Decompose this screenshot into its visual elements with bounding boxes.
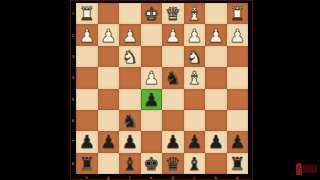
square-d3[interactable] [162, 46, 184, 67]
piece-white-bishop: ♝ [186, 3, 202, 24]
square-g2[interactable]: ♟ [98, 24, 120, 45]
square-h2[interactable]: ♟ [76, 24, 98, 45]
piece-white-pawn: ♟ [122, 24, 138, 45]
piece-white-knight: ♞ [122, 46, 138, 67]
square-e2[interactable] [141, 24, 163, 45]
square-a8[interactable]: ♜ [227, 153, 249, 174]
square-c7[interactable]: ♟ [184, 131, 206, 152]
piece-black-pawn: ♟ [208, 131, 224, 152]
piece-black-rook: ♜ [79, 153, 95, 174]
square-b2[interactable]: ♟ [205, 24, 227, 45]
piece-white-pawn: ♟ [229, 24, 245, 45]
file-label-h: h [76, 174, 98, 180]
square-c6[interactable] [184, 110, 206, 131]
square-d5[interactable] [162, 89, 184, 110]
square-e7[interactable] [141, 131, 163, 152]
piece-black-knight: ♞ [165, 67, 181, 88]
piece-white-king: ♚ [143, 3, 159, 24]
file-label-e: e [141, 174, 163, 180]
square-g6[interactable] [98, 110, 120, 131]
square-e6[interactable] [141, 110, 163, 131]
square-h3[interactable] [76, 46, 98, 67]
square-f8[interactable]: ♝ [119, 153, 141, 174]
square-g3[interactable] [98, 46, 120, 67]
square-a1[interactable]: ♜ [227, 3, 249, 24]
square-d8[interactable]: ♛ [162, 153, 184, 174]
square-g7[interactable]: ♟ [98, 131, 120, 152]
square-d2[interactable]: ♟ [162, 24, 184, 45]
square-f6[interactable]: ♞ [119, 110, 141, 131]
square-c2[interactable]: ♟ [184, 24, 206, 45]
piece-white-pawn: ♟ [186, 24, 202, 45]
piece-white-pawn: ♟ [208, 24, 224, 45]
file-label-a: a [227, 174, 249, 180]
square-f2[interactable]: ♟ [119, 24, 141, 45]
piece-white-knight: ♞ [186, 46, 202, 67]
watermark-flame-icon [296, 163, 302, 175]
piece-white-bishop: ♝ [186, 67, 202, 88]
square-e1[interactable]: ♚ [141, 3, 163, 24]
piece-white-pawn: ♟ [143, 67, 159, 88]
file-label-b: b [205, 174, 227, 180]
square-h1[interactable]: ♜ [76, 3, 98, 24]
piece-black-bishop: ♝ [122, 153, 138, 174]
piece-white-queen: ♛ [165, 3, 181, 24]
square-e5[interactable]: ♟ [141, 89, 163, 110]
board-grid: ♜♚♛♝♜♟♟♟♟♟♟♟♞♞♟♞♝♟♞♟♟♟♟♟♟♟♜♝♚♛♝♜ [76, 3, 248, 174]
piece-white-pawn: ♟ [165, 24, 181, 45]
square-f7[interactable]: ♟ [119, 131, 141, 152]
square-h7[interactable]: ♟ [76, 131, 98, 152]
square-c3[interactable]: ♞ [184, 46, 206, 67]
piece-black-pawn: ♟ [165, 131, 181, 152]
square-e8[interactable]: ♚ [141, 153, 163, 174]
square-f1[interactable] [119, 3, 141, 24]
square-b4[interactable] [205, 67, 227, 88]
square-g8[interactable] [98, 153, 120, 174]
watermark-logo [296, 162, 317, 176]
piece-white-pawn: ♟ [100, 24, 116, 45]
square-h6[interactable] [76, 110, 98, 131]
square-h8[interactable]: ♜ [76, 153, 98, 174]
chess-board: 12345678 ♜♚♛♝♜♟♟♟♟♟♟♟♞♞♟♞♝♟♞♟♟♟♟♟♟♟♜♝♚♛♝… [70, 0, 253, 180]
piece-black-pawn: ♟ [229, 131, 245, 152]
square-d7[interactable]: ♟ [162, 131, 184, 152]
square-h4[interactable] [76, 67, 98, 88]
watermark-base [303, 165, 317, 173]
piece-black-pawn: ♟ [143, 89, 159, 110]
piece-black-pawn: ♟ [79, 131, 95, 152]
square-g4[interactable] [98, 67, 120, 88]
square-d4[interactable]: ♞ [162, 67, 184, 88]
square-h5[interactable] [76, 89, 98, 110]
square-c4[interactable]: ♝ [184, 67, 206, 88]
square-d6[interactable] [162, 110, 184, 131]
square-a7[interactable]: ♟ [227, 131, 249, 152]
file-label-g: g [98, 174, 120, 180]
square-b1[interactable] [205, 3, 227, 24]
square-b8[interactable] [205, 153, 227, 174]
square-b6[interactable] [205, 110, 227, 131]
square-g1[interactable] [98, 3, 120, 24]
piece-black-pawn: ♟ [186, 131, 202, 152]
file-labels: hgfedcba [76, 174, 248, 180]
piece-black-rook: ♜ [229, 153, 245, 174]
square-f3[interactable]: ♞ [119, 46, 141, 67]
piece-white-rook: ♜ [229, 3, 245, 24]
piece-white-pawn: ♟ [79, 24, 95, 45]
square-c8[interactable]: ♝ [184, 153, 206, 174]
square-a4[interactable] [227, 67, 249, 88]
square-e4[interactable]: ♟ [141, 67, 163, 88]
file-label-d: d [162, 174, 184, 180]
square-b3[interactable] [205, 46, 227, 67]
square-a5[interactable] [227, 89, 249, 110]
piece-black-pawn: ♟ [122, 131, 138, 152]
piece-black-knight: ♞ [122, 110, 138, 131]
file-label-f: f [119, 174, 141, 180]
square-g5[interactable] [98, 89, 120, 110]
square-e3[interactable] [141, 46, 163, 67]
square-c1[interactable]: ♝ [184, 3, 206, 24]
piece-black-bishop: ♝ [186, 153, 202, 174]
piece-black-king: ♚ [143, 153, 159, 174]
file-label-c: c [184, 174, 206, 180]
video-frame: 12345678 ♜♚♛♝♜♟♟♟♟♟♟♟♞♞♟♞♝♟♞♟♟♟♟♟♟♟♜♝♚♛♝… [0, 0, 320, 180]
square-a2[interactable]: ♟ [227, 24, 249, 45]
piece-black-pawn: ♟ [100, 131, 116, 152]
square-d1[interactable]: ♛ [162, 3, 184, 24]
square-c5[interactable] [184, 89, 206, 110]
square-f4[interactable] [119, 67, 141, 88]
square-b5[interactable] [205, 89, 227, 110]
square-a3[interactable] [227, 46, 249, 67]
square-a6[interactable] [227, 110, 249, 131]
piece-black-queen: ♛ [165, 153, 181, 174]
piece-white-rook: ♜ [79, 3, 95, 24]
square-f5[interactable] [119, 89, 141, 110]
square-b7[interactable]: ♟ [205, 131, 227, 152]
